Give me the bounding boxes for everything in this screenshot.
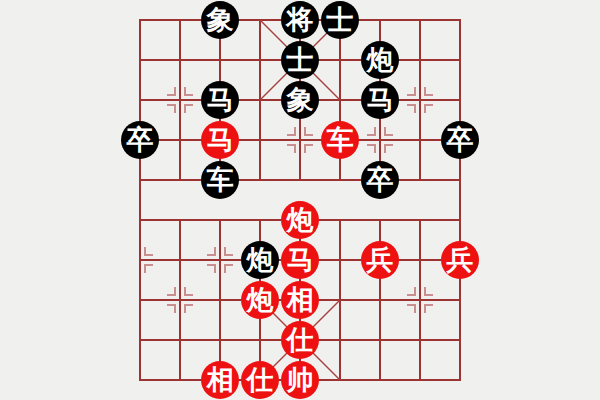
grid-line xyxy=(179,219,181,381)
point-marker xyxy=(184,287,193,296)
point-marker xyxy=(184,304,193,313)
piece-red-elephant[interactable]: 相 xyxy=(201,361,239,399)
grid-line xyxy=(139,19,141,381)
point-marker xyxy=(224,264,233,273)
point-marker xyxy=(167,287,176,296)
point-marker xyxy=(304,144,313,153)
point-marker xyxy=(407,104,416,113)
point-marker xyxy=(207,247,216,256)
piece-black-horse[interactable]: 马 xyxy=(201,81,239,119)
piece-black-elephant[interactable]: 象 xyxy=(281,81,319,119)
piece-red-advisor[interactable]: 仕 xyxy=(241,361,279,399)
point-marker xyxy=(407,87,416,96)
point-marker xyxy=(407,304,416,313)
piece-black-pawn[interactable]: 卒 xyxy=(361,161,399,199)
point-marker xyxy=(424,287,433,296)
piece-black-advisor[interactable]: 士 xyxy=(281,41,319,79)
xiangqi-board[interactable]: 象将士士炮马象马卒马车卒车卒炮炮马兵兵炮相仕相仕帅 xyxy=(0,0,600,400)
point-marker xyxy=(144,247,153,256)
point-marker xyxy=(367,127,376,136)
piece-red-cannon[interactable]: 炮 xyxy=(241,281,279,319)
piece-black-pawn[interactable]: 卒 xyxy=(121,121,159,159)
point-marker xyxy=(224,247,233,256)
point-marker xyxy=(424,87,433,96)
grid-line xyxy=(419,219,421,381)
piece-black-elephant[interactable]: 象 xyxy=(201,1,239,39)
point-marker xyxy=(184,104,193,113)
piece-red-general[interactable]: 帅 xyxy=(281,361,319,399)
point-marker xyxy=(407,287,416,296)
grid-line xyxy=(419,19,421,181)
point-marker xyxy=(287,127,296,136)
piece-black-cannon[interactable]: 炮 xyxy=(241,241,279,279)
piece-black-advisor[interactable]: 士 xyxy=(321,1,359,39)
point-marker xyxy=(167,304,176,313)
point-marker xyxy=(167,87,176,96)
piece-red-elephant[interactable]: 相 xyxy=(281,281,319,319)
piece-red-pawn[interactable]: 兵 xyxy=(361,241,399,279)
piece-red-horse[interactable]: 马 xyxy=(281,241,319,279)
point-marker xyxy=(207,264,216,273)
piece-red-horse[interactable]: 马 xyxy=(201,121,239,159)
piece-black-horse[interactable]: 马 xyxy=(361,81,399,119)
point-marker xyxy=(384,127,393,136)
piece-red-chariot[interactable]: 车 xyxy=(321,121,359,159)
point-marker xyxy=(424,104,433,113)
point-marker xyxy=(287,144,296,153)
point-marker xyxy=(384,144,393,153)
piece-red-pawn[interactable]: 兵 xyxy=(441,241,479,279)
point-marker xyxy=(367,144,376,153)
piece-black-cannon[interactable]: 炮 xyxy=(361,41,399,79)
point-marker xyxy=(304,127,313,136)
grid-line xyxy=(259,19,261,181)
piece-black-chariot[interactable]: 车 xyxy=(201,161,239,199)
point-marker xyxy=(184,87,193,96)
point-marker xyxy=(424,304,433,313)
grid-line xyxy=(339,219,341,381)
point-marker xyxy=(144,264,153,273)
grid-line xyxy=(459,19,461,381)
grid-line xyxy=(179,19,181,181)
point-marker xyxy=(167,104,176,113)
piece-red-cannon[interactable]: 炮 xyxy=(281,201,319,239)
piece-black-pawn[interactable]: 卒 xyxy=(441,121,479,159)
grid-line xyxy=(219,219,221,381)
piece-red-advisor[interactable]: 仕 xyxy=(281,321,319,359)
piece-black-general[interactable]: 将 xyxy=(281,1,319,39)
